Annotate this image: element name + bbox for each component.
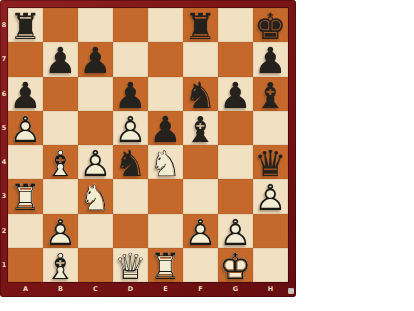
black-knight[interactable]: ♞ [113, 145, 148, 179]
piece-outline-glyph: ♘ [79, 181, 111, 215]
square-b5[interactable] [43, 111, 78, 145]
rank-labels: 87654321 [0, 8, 8, 282]
piece-fill-glyph: ♟ [9, 78, 41, 112]
black-pawn[interactable]: ♟ [43, 42, 78, 76]
file-labels: ABCDEFGH [8, 282, 288, 295]
piece-outline-glyph: ♔ [219, 249, 251, 283]
square-e1[interactable]: ♜♖ [148, 248, 183, 282]
rank-label-2: 2 [0, 214, 8, 248]
white-pawn[interactable]: ♟♙ [8, 111, 43, 145]
file-label-e: E [148, 282, 183, 295]
square-g6[interactable]: ♟ [218, 77, 253, 111]
square-f6[interactable]: ♞ [183, 77, 218, 111]
white-knight[interactable]: ♞♘ [148, 145, 183, 179]
piece-outline-glyph: ♙ [184, 215, 216, 249]
square-b4[interactable]: ♝♗ [43, 145, 78, 179]
square-d4[interactable]: ♞ [113, 145, 148, 179]
square-g7[interactable] [218, 42, 253, 76]
square-e3[interactable] [148, 179, 183, 213]
square-f8[interactable]: ♜ [183, 8, 218, 42]
black-rook[interactable]: ♜ [8, 8, 43, 42]
piece-fill-glyph: ♟ [114, 78, 146, 112]
white-bishop[interactable]: ♝♗ [43, 248, 78, 282]
file-label-h: H [253, 282, 288, 295]
board-frame: 87654321 ♜♜♚♟♟♟♟♟♞♟♝♟♙♟♙♟♝♝♗♟♙♞♞♘♛♜♖♞♘♟♙… [0, 0, 296, 297]
black-pawn[interactable]: ♟ [8, 77, 43, 111]
file-label-b: B [43, 282, 78, 295]
piece-outline-glyph: ♙ [9, 112, 41, 146]
white-rook[interactable]: ♜♖ [8, 179, 43, 213]
square-c2[interactable] [78, 214, 113, 248]
square-b2[interactable]: ♟♙ [43, 214, 78, 248]
square-h2[interactable] [253, 214, 288, 248]
rank-label-1: 1 [0, 248, 8, 282]
square-h3[interactable]: ♟♙ [253, 179, 288, 213]
square-h5[interactable] [253, 111, 288, 145]
white-rook[interactable]: ♜♖ [148, 248, 183, 282]
piece-fill-glyph: ♟ [44, 44, 76, 78]
square-e2[interactable] [148, 214, 183, 248]
square-e4[interactable]: ♞♘ [148, 145, 183, 179]
square-b3[interactable] [43, 179, 78, 213]
white-pawn[interactable]: ♟♙ [43, 214, 78, 248]
white-pawn[interactable]: ♟♙ [113, 111, 148, 145]
piece-fill-glyph: ♜ [184, 10, 216, 44]
square-a5[interactable]: ♟♙ [8, 111, 43, 145]
square-c1[interactable] [78, 248, 113, 282]
square-d1[interactable]: ♛♕ [113, 248, 148, 282]
square-h8[interactable]: ♚ [253, 8, 288, 42]
square-h7[interactable]: ♟ [253, 42, 288, 76]
piece-fill-glyph: ♝ [184, 112, 216, 146]
black-pawn[interactable]: ♟ [218, 77, 253, 111]
chess-board: ♜♜♚♟♟♟♟♟♞♟♝♟♙♟♙♟♝♝♗♟♙♞♞♘♛♜♖♞♘♟♙♟♙♟♙♟♙♝♗♛… [8, 8, 288, 282]
black-king[interactable]: ♚ [253, 8, 288, 42]
file-label-d: D [113, 282, 148, 295]
square-a3[interactable]: ♜♖ [8, 179, 43, 213]
square-a7[interactable] [8, 42, 43, 76]
white-pawn[interactable]: ♟♙ [183, 214, 218, 248]
black-rook[interactable]: ♜ [183, 8, 218, 42]
square-d6[interactable]: ♟ [113, 77, 148, 111]
file-label-c: C [78, 282, 113, 295]
piece-outline-glyph: ♙ [219, 215, 251, 249]
piece-outline-glyph: ♙ [114, 112, 146, 146]
piece-outline-glyph: ♙ [44, 215, 76, 249]
square-f3[interactable] [183, 179, 218, 213]
square-d5[interactable]: ♟♙ [113, 111, 148, 145]
white-pawn[interactable]: ♟♙ [253, 179, 288, 213]
rank-label-3: 3 [0, 179, 8, 213]
square-g5[interactable] [218, 111, 253, 145]
piece-fill-glyph: ♟ [149, 112, 181, 146]
file-label-g: G [218, 282, 253, 295]
black-pawn[interactable]: ♟ [78, 42, 113, 76]
square-c7[interactable]: ♟ [78, 42, 113, 76]
square-g2[interactable]: ♟♙ [218, 214, 253, 248]
white-king[interactable]: ♚♔ [218, 248, 253, 282]
piece-outline-glyph: ♕ [114, 249, 146, 283]
square-h1[interactable] [253, 248, 288, 282]
piece-outline-glyph: ♙ [79, 147, 111, 181]
square-f5[interactable]: ♝ [183, 111, 218, 145]
piece-outline-glyph: ♗ [44, 147, 76, 181]
black-pawn[interactable]: ♟ [253, 42, 288, 76]
white-knight[interactable]: ♞♘ [78, 179, 113, 213]
square-e7[interactable] [148, 42, 183, 76]
white-queen[interactable]: ♛♕ [113, 248, 148, 282]
black-bishop[interactable]: ♝ [183, 111, 218, 145]
square-a6[interactable]: ♟ [8, 77, 43, 111]
rank-label-7: 7 [0, 42, 8, 76]
piece-fill-glyph: ♞ [184, 78, 216, 112]
white-pawn[interactable]: ♟♙ [218, 214, 253, 248]
square-f7[interactable] [183, 42, 218, 76]
square-h6[interactable]: ♝ [253, 77, 288, 111]
square-g8[interactable] [218, 8, 253, 42]
square-f2[interactable]: ♟♙ [183, 214, 218, 248]
square-b6[interactable] [43, 77, 78, 111]
square-c3[interactable]: ♞♘ [78, 179, 113, 213]
square-d3[interactable] [113, 179, 148, 213]
square-d8[interactable] [113, 8, 148, 42]
piece-outline-glyph: ♖ [149, 249, 181, 283]
piece-fill-glyph: ♟ [254, 44, 286, 78]
piece-fill-glyph: ♜ [9, 10, 41, 44]
piece-fill-glyph: ♝ [254, 78, 286, 112]
square-c5[interactable] [78, 111, 113, 145]
square-g1[interactable]: ♚♔ [218, 248, 253, 282]
piece-outline-glyph: ♘ [149, 147, 181, 181]
square-b1[interactable]: ♝♗ [43, 248, 78, 282]
piece-fill-glyph: ♛ [254, 147, 286, 181]
square-h4[interactable]: ♛ [253, 145, 288, 179]
square-d2[interactable] [113, 214, 148, 248]
piece-outline-glyph: ♖ [9, 181, 41, 215]
square-f1[interactable] [183, 248, 218, 282]
square-e6[interactable] [148, 77, 183, 111]
file-label-f: F [183, 282, 218, 295]
square-c6[interactable] [78, 77, 113, 111]
black-knight[interactable]: ♞ [183, 77, 218, 111]
page-background: 87654321 ♜♜♚♟♟♟♟♟♞♟♝♟♙♟♙♟♝♝♗♟♙♞♞♘♛♜♖♞♘♟♙… [0, 0, 414, 311]
square-g3[interactable] [218, 179, 253, 213]
white-pawn[interactable]: ♟♙ [78, 145, 113, 179]
rank-label-6: 6 [0, 77, 8, 111]
black-pawn[interactable]: ♟ [113, 77, 148, 111]
square-e8[interactable] [148, 8, 183, 42]
file-label-a: A [8, 282, 43, 295]
rank-label-5: 5 [0, 111, 8, 145]
rank-label-4: 4 [0, 145, 8, 179]
rank-label-8: 8 [0, 8, 8, 42]
square-a8[interactable]: ♜ [8, 8, 43, 42]
piece-fill-glyph: ♟ [79, 44, 111, 78]
black-queen[interactable]: ♛ [253, 145, 288, 179]
square-f4[interactable] [183, 145, 218, 179]
square-a1[interactable] [8, 248, 43, 282]
white-bishop[interactable]: ♝♗ [43, 145, 78, 179]
piece-fill-glyph: ♞ [114, 147, 146, 181]
square-c4[interactable]: ♟♙ [78, 145, 113, 179]
piece-fill-glyph: ♚ [254, 10, 286, 44]
square-b8[interactable] [43, 8, 78, 42]
piece-outline-glyph: ♙ [254, 181, 286, 215]
square-g4[interactable] [218, 145, 253, 179]
square-a4[interactable] [8, 145, 43, 179]
square-c8[interactable] [78, 8, 113, 42]
square-d7[interactable] [113, 42, 148, 76]
piece-outline-glyph: ♗ [44, 249, 76, 283]
black-pawn[interactable]: ♟ [148, 111, 183, 145]
square-b7[interactable]: ♟ [43, 42, 78, 76]
square-a2[interactable] [8, 214, 43, 248]
frame-logo-icon [288, 288, 294, 294]
square-e5[interactable]: ♟ [148, 111, 183, 145]
piece-fill-glyph: ♟ [219, 78, 251, 112]
black-bishop[interactable]: ♝ [253, 77, 288, 111]
